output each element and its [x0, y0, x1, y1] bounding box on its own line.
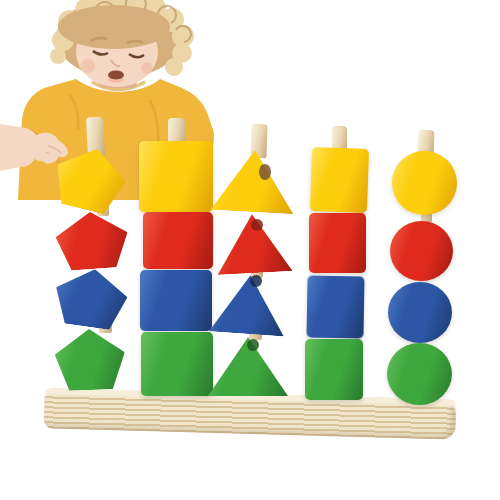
product-photo-scene [0, 0, 500, 500]
circle-blue [388, 282, 452, 343]
pentagon-yellow [49, 140, 132, 217]
peg-hole [259, 164, 271, 180]
triangle-blue [209, 271, 288, 336]
pentagon-red [54, 210, 130, 272]
square-red [309, 213, 366, 273]
circle-green [387, 343, 452, 405]
shape-layer [0, 0, 500, 500]
peg-hole [247, 339, 259, 351]
pentagon-blue [51, 264, 130, 331]
pentagon-green [54, 328, 126, 391]
triangle-yellow [210, 147, 296, 214]
peg-hole [251, 219, 263, 231]
square-green [141, 332, 213, 396]
square-blue [306, 276, 364, 339]
square-green [305, 339, 363, 400]
circle-yellow [392, 151, 457, 215]
circle-red [390, 221, 453, 281]
peg-hole [250, 275, 262, 287]
square-yellow [139, 141, 213, 212]
square-yellow [310, 147, 369, 213]
square-blue [140, 270, 212, 331]
square-red [143, 212, 213, 269]
